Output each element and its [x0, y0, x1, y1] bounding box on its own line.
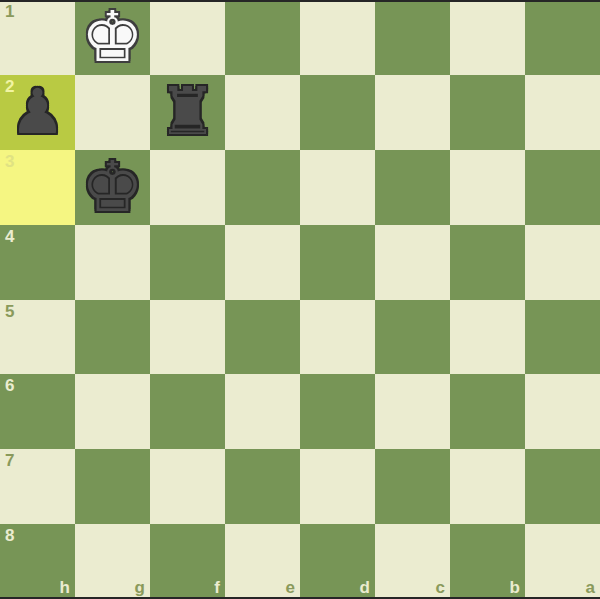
rank-label-1: 1	[5, 3, 14, 20]
rank-label-4: 4	[5, 228, 14, 245]
square-h4[interactable]: 4	[0, 225, 75, 300]
square-b2[interactable]	[450, 75, 525, 150]
square-f1[interactable]	[150, 0, 225, 75]
file-label-g: g	[135, 579, 145, 596]
square-e4[interactable]	[225, 225, 300, 300]
rank-label-7: 7	[5, 452, 14, 469]
file-label-d: d	[360, 579, 370, 596]
square-e3[interactable]	[225, 150, 300, 225]
square-e6[interactable]	[225, 374, 300, 449]
square-g6[interactable]	[75, 374, 150, 449]
square-f3[interactable]	[150, 150, 225, 225]
square-a4[interactable]	[525, 225, 600, 300]
square-b1[interactable]	[450, 0, 525, 75]
square-c5[interactable]	[375, 300, 450, 375]
square-g5[interactable]	[75, 300, 150, 375]
square-d2[interactable]	[300, 75, 375, 150]
square-e5[interactable]	[225, 300, 300, 375]
square-b3[interactable]	[450, 150, 525, 225]
square-b7[interactable]	[450, 449, 525, 524]
square-b8[interactable]: b	[450, 524, 525, 599]
square-h7[interactable]: 7	[0, 449, 75, 524]
square-a2[interactable]	[525, 75, 600, 150]
file-label-e: e	[286, 579, 295, 596]
square-e2[interactable]	[225, 75, 300, 150]
rank-label-5: 5	[5, 303, 14, 320]
square-g7[interactable]	[75, 449, 150, 524]
rank-label-8: 8	[5, 527, 14, 544]
square-g4[interactable]	[75, 225, 150, 300]
square-f4[interactable]	[150, 225, 225, 300]
square-a1[interactable]	[525, 0, 600, 75]
square-b4[interactable]	[450, 225, 525, 300]
rank-label-3: 3	[5, 153, 14, 170]
square-f2[interactable]: ♜	[150, 75, 225, 150]
black-rook-piece[interactable]: ♜	[150, 75, 225, 150]
square-f8[interactable]: f	[150, 524, 225, 599]
square-d7[interactable]	[300, 449, 375, 524]
square-e1[interactable]	[225, 0, 300, 75]
square-f5[interactable]	[150, 300, 225, 375]
rank-label-6: 6	[5, 377, 14, 394]
square-h2[interactable]: 2♟	[0, 75, 75, 150]
black-pawn-piece[interactable]: ♟	[0, 75, 75, 150]
file-label-f: f	[214, 579, 220, 596]
square-d6[interactable]	[300, 374, 375, 449]
square-e7[interactable]	[225, 449, 300, 524]
square-h5[interactable]: 5	[0, 300, 75, 375]
square-g3[interactable]: ♚	[75, 150, 150, 225]
chess-app-viewport: 1♚2♟♜3♚45678hgfedcba	[0, 0, 600, 599]
square-g8[interactable]: g	[75, 524, 150, 599]
square-c2[interactable]	[375, 75, 450, 150]
square-c1[interactable]	[375, 0, 450, 75]
square-d5[interactable]	[300, 300, 375, 375]
square-c6[interactable]	[375, 374, 450, 449]
file-label-b: b	[510, 579, 520, 596]
square-f6[interactable]	[150, 374, 225, 449]
square-a6[interactable]	[525, 374, 600, 449]
square-h3[interactable]: 3	[0, 150, 75, 225]
square-d1[interactable]	[300, 0, 375, 75]
file-label-a: a	[586, 579, 595, 596]
file-label-h: h	[60, 579, 70, 596]
chess-board: 1♚2♟♜3♚45678hgfedcba	[0, 0, 600, 599]
square-e8[interactable]: e	[225, 524, 300, 599]
square-c4[interactable]	[375, 225, 450, 300]
square-d8[interactable]: d	[300, 524, 375, 599]
square-h8[interactable]: 8h	[0, 524, 75, 599]
square-c3[interactable]	[375, 150, 450, 225]
square-b5[interactable]	[450, 300, 525, 375]
file-label-c: c	[436, 579, 445, 596]
square-g1[interactable]: ♚	[75, 0, 150, 75]
square-a5[interactable]	[525, 300, 600, 375]
square-c7[interactable]	[375, 449, 450, 524]
square-g2[interactable]	[75, 75, 150, 150]
square-c8[interactable]: c	[375, 524, 450, 599]
black-king-piece[interactable]: ♚	[75, 150, 150, 225]
square-a7[interactable]	[525, 449, 600, 524]
square-a3[interactable]	[525, 150, 600, 225]
square-d3[interactable]	[300, 150, 375, 225]
square-h1[interactable]: 1	[0, 0, 75, 75]
square-d4[interactable]	[300, 225, 375, 300]
square-h6[interactable]: 6	[0, 374, 75, 449]
square-b6[interactable]	[450, 374, 525, 449]
square-a8[interactable]: a	[525, 524, 600, 599]
white-king-piece[interactable]: ♚	[75, 0, 150, 75]
square-f7[interactable]	[150, 449, 225, 524]
